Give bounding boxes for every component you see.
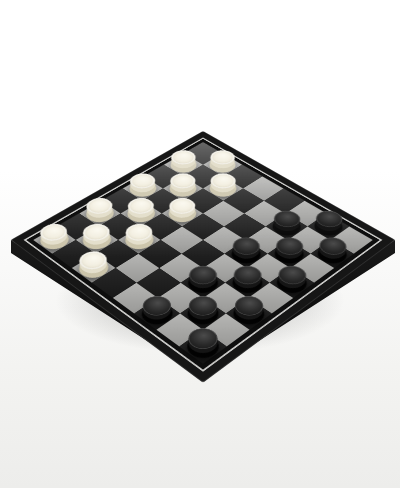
checkers-product-photo [0,0,400,488]
board-square[interactable] [79,201,120,227]
white-checker-piece[interactable] [74,248,112,273]
black-checker-piece[interactable] [184,262,222,288]
